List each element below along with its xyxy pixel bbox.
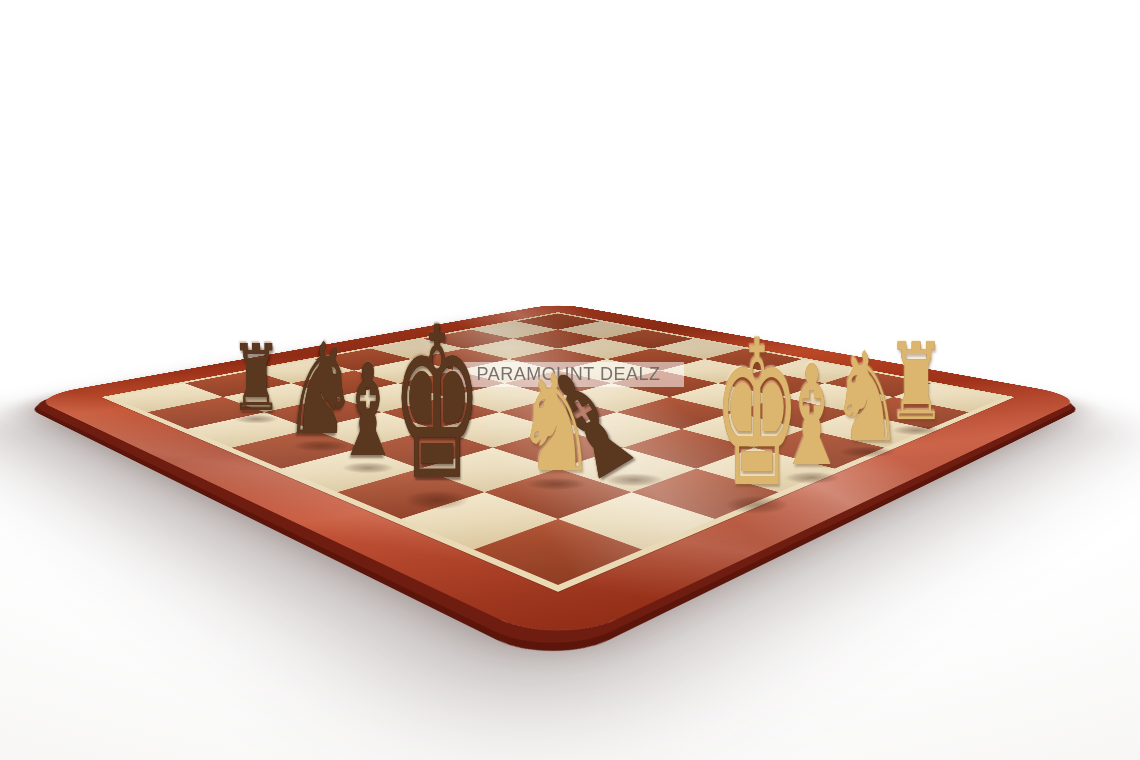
piece-white-king-d1[interactable]: ♚: [714, 313, 801, 515]
chess-set-product-photo: ♜♞♝♚♞♝♚♝♞♜ PARAMOUNT DEALZ: [0, 0, 1140, 760]
piece-black-king-a4[interactable]: ♚: [392, 300, 482, 510]
piece-black-rook-a7[interactable]: ♜: [230, 333, 281, 425]
piece-white-knight-c3[interactable]: ♞: [515, 357, 597, 491]
